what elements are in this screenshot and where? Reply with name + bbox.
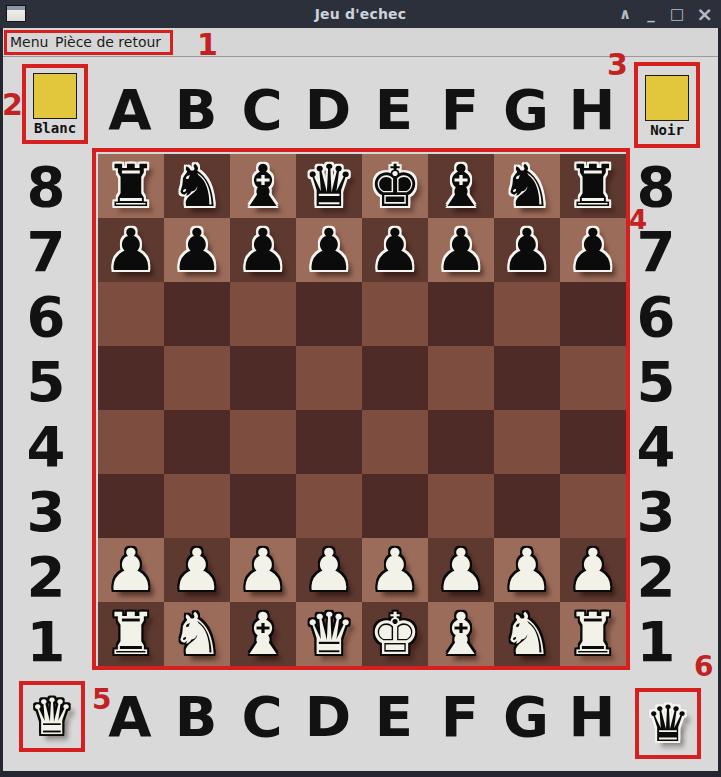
- file-label-top-d: D: [295, 77, 361, 141]
- rank-label-right-5: 5: [632, 349, 680, 414]
- window-title: Jeu d'echec: [0, 6, 721, 22]
- titlebar: Jeu d'echec ∧ _ □ ×: [0, 0, 721, 28]
- black-pawn[interactable]: ♟: [105, 221, 157, 279]
- square-a7[interactable]: ♟: [98, 218, 164, 282]
- white-pawn[interactable]: ♟: [237, 541, 289, 599]
- annotation-digit-6: 6: [694, 653, 713, 681]
- white-bishop[interactable]: ♝: [435, 605, 487, 663]
- black-tray-label: Noir: [638, 122, 696, 138]
- black-color-swatch: [645, 75, 689, 121]
- file-label-top-f: F: [427, 77, 493, 141]
- white-rook[interactable]: ♜: [567, 605, 619, 663]
- square-d1[interactable]: ♛: [296, 602, 362, 666]
- square-f7[interactable]: ♟: [428, 218, 494, 282]
- file-label-bottom-f: F: [427, 684, 493, 748]
- square-g3[interactable]: [494, 474, 560, 538]
- rank-label-right-6: 6: [632, 284, 680, 349]
- square-b4[interactable]: [164, 410, 230, 474]
- square-d7[interactable]: ♟: [296, 218, 362, 282]
- file-label-top-a: A: [97, 77, 163, 141]
- square-c2[interactable]: ♟: [230, 538, 296, 602]
- file-label-top-h: H: [559, 77, 625, 141]
- square-d6[interactable]: [296, 282, 362, 346]
- rank-label-left-3: 3: [18, 479, 74, 544]
- file-label-top-g: G: [493, 77, 559, 141]
- black-pawn[interactable]: ♟: [369, 221, 421, 279]
- square-f6[interactable]: [428, 282, 494, 346]
- rank-label-left-2: 2: [18, 544, 74, 609]
- square-g1[interactable]: ♞: [494, 602, 560, 666]
- square-g5[interactable]: [494, 346, 560, 410]
- square-g8[interactable]: ♞: [494, 154, 560, 218]
- rank-label-right-2: 2: [632, 544, 680, 609]
- black-pawn[interactable]: ♟: [501, 221, 553, 279]
- file-labels-top: ABCDEFGH: [97, 77, 625, 141]
- square-h8[interactable]: ♜: [560, 154, 626, 218]
- annotation-box-5-white-promotion: ♛: [19, 681, 85, 752]
- window-border-bottom: [0, 771, 721, 777]
- black-pawn[interactable]: ♟: [237, 221, 289, 279]
- white-tray-label: Blanc: [26, 120, 84, 136]
- square-f2[interactable]: ♟: [428, 538, 494, 602]
- square-h7[interactable]: ♟: [560, 218, 626, 282]
- close-button[interactable]: ×: [696, 0, 713, 28]
- board[interactable]: ♜♞♝♛♚♝♞♜♟♟♟♟♟♟♟♟♟♟♟♟♟♟♟♟♜♞♝♛♚♝♞♜: [98, 154, 626, 666]
- square-f5[interactable]: [428, 346, 494, 410]
- rank-label-right-3: 3: [632, 479, 680, 544]
- black-pawn[interactable]: ♟: [303, 221, 355, 279]
- square-c3[interactable]: [230, 474, 296, 538]
- white-knight[interactable]: ♞: [501, 605, 553, 663]
- square-b1[interactable]: ♞: [164, 602, 230, 666]
- white-color-swatch: [33, 73, 77, 119]
- file-label-top-e: E: [361, 77, 427, 141]
- square-f4[interactable]: [428, 410, 494, 474]
- square-d3[interactable]: [296, 474, 362, 538]
- square-e3[interactable]: [362, 474, 428, 538]
- square-h3[interactable]: [560, 474, 626, 538]
- file-label-bottom-g: G: [493, 684, 559, 748]
- rank-label-left-5: 5: [18, 349, 74, 414]
- black-bishop[interactable]: ♝: [237, 157, 289, 215]
- black-king[interactable]: ♚: [369, 157, 421, 215]
- square-c6[interactable]: [230, 282, 296, 346]
- shade-button[interactable]: ∧: [618, 0, 632, 28]
- rank-label-left-1: 1: [18, 609, 74, 674]
- black-knight[interactable]: ♞: [171, 157, 223, 215]
- file-label-top-c: C: [229, 77, 295, 141]
- rank-label-right-4: 4: [632, 414, 680, 479]
- white-pawn[interactable]: ♟: [501, 541, 553, 599]
- white-pawn[interactable]: ♟: [105, 541, 157, 599]
- square-a5[interactable]: [98, 346, 164, 410]
- square-c4[interactable]: [230, 410, 296, 474]
- square-b6[interactable]: [164, 282, 230, 346]
- rank-label-left-8: 8: [18, 154, 74, 219]
- annotation-digit-4: 4: [629, 207, 647, 233]
- square-e6[interactable]: [362, 282, 428, 346]
- file-labels-bottom: ABCDEFGH: [97, 684, 625, 748]
- square-d5[interactable]: [296, 346, 362, 410]
- square-e4[interactable]: [362, 410, 428, 474]
- square-a6[interactable]: [98, 282, 164, 346]
- square-c5[interactable]: [230, 346, 296, 410]
- white-pawn[interactable]: ♟: [567, 541, 619, 599]
- black-promotion-queen[interactable]: ♛: [646, 699, 691, 749]
- square-f8[interactable]: ♝: [428, 154, 494, 218]
- square-h2[interactable]: ♟: [560, 538, 626, 602]
- white-bishop[interactable]: ♝: [237, 605, 289, 663]
- square-e7[interactable]: ♟: [362, 218, 428, 282]
- black-knight[interactable]: ♞: [501, 157, 553, 215]
- square-e5[interactable]: [362, 346, 428, 410]
- square-g6[interactable]: [494, 282, 560, 346]
- square-h5[interactable]: [560, 346, 626, 410]
- annotation-digit-5: 5: [92, 686, 111, 714]
- file-label-bottom-c: C: [229, 684, 295, 748]
- square-b3[interactable]: [164, 474, 230, 538]
- white-king[interactable]: ♚: [369, 605, 421, 663]
- file-label-top-b: B: [163, 77, 229, 141]
- minimize-button[interactable]: _: [644, 0, 658, 28]
- white-queen[interactable]: ♛: [303, 605, 355, 663]
- annotation-box-6-black-promotion: ♛: [635, 688, 701, 759]
- square-g4[interactable]: [494, 410, 560, 474]
- file-label-bottom-e: E: [361, 684, 427, 748]
- square-e1[interactable]: ♚: [362, 602, 428, 666]
- annotation-digit-3: 3: [607, 50, 628, 80]
- annotation-box-3-black-tray: Noir: [634, 62, 700, 148]
- file-label-bottom-h: H: [559, 684, 625, 748]
- rank-label-left-4: 4: [18, 414, 74, 479]
- square-c1[interactable]: ♝: [230, 602, 296, 666]
- window-border-left: [0, 28, 3, 777]
- square-a4[interactable]: [98, 410, 164, 474]
- annotation-digit-1: 1: [197, 30, 218, 60]
- annotation-box-2-white-tray: Blanc: [22, 64, 88, 144]
- square-g7[interactable]: ♟: [494, 218, 560, 282]
- white-rook[interactable]: ♜: [105, 605, 157, 663]
- square-c8[interactable]: ♝: [230, 154, 296, 218]
- black-pawn[interactable]: ♟: [435, 221, 487, 279]
- black-bishop[interactable]: ♝: [435, 157, 487, 215]
- black-rook[interactable]: ♜: [105, 157, 157, 215]
- annotation-digit-2: 2: [2, 90, 23, 120]
- annotation-box-1-menu: [4, 30, 173, 55]
- square-e8[interactable]: ♚: [362, 154, 428, 218]
- white-pawn[interactable]: ♟: [435, 541, 487, 599]
- window-icon: [6, 5, 26, 22]
- rank-label-right-1: 1: [632, 609, 680, 674]
- white-promotion-queen[interactable]: ♛: [30, 692, 75, 742]
- rank-label-left-6: 6: [18, 284, 74, 349]
- square-d2[interactable]: ♟: [296, 538, 362, 602]
- black-queen[interactable]: ♛: [303, 157, 355, 215]
- file-label-bottom-d: D: [295, 684, 361, 748]
- square-f1[interactable]: ♝: [428, 602, 494, 666]
- window-controls: ∧ _ □ ×: [618, 0, 713, 28]
- rank-labels-left: 87654321: [18, 154, 74, 666]
- square-a1[interactable]: ♜: [98, 602, 164, 666]
- square-b2[interactable]: ♟: [164, 538, 230, 602]
- square-h6[interactable]: [560, 282, 626, 346]
- square-d4[interactable]: [296, 410, 362, 474]
- square-d8[interactable]: ♛: [296, 154, 362, 218]
- square-h1[interactable]: ♜: [560, 602, 626, 666]
- square-b5[interactable]: [164, 346, 230, 410]
- white-pawn[interactable]: ♟: [303, 541, 355, 599]
- square-g2[interactable]: ♟: [494, 538, 560, 602]
- file-label-bottom-b: B: [163, 684, 229, 748]
- white-pawn[interactable]: ♟: [171, 541, 223, 599]
- black-rook[interactable]: ♜: [567, 157, 619, 215]
- square-e2[interactable]: ♟: [362, 538, 428, 602]
- maximize-button[interactable]: □: [670, 0, 684, 28]
- square-a3[interactable]: [98, 474, 164, 538]
- white-knight[interactable]: ♞: [171, 605, 223, 663]
- square-a8[interactable]: ♜: [98, 154, 164, 218]
- square-c7[interactable]: ♟: [230, 218, 296, 282]
- square-h4[interactable]: [560, 410, 626, 474]
- square-b7[interactable]: ♟: [164, 218, 230, 282]
- black-pawn[interactable]: ♟: [171, 221, 223, 279]
- rank-label-left-7: 7: [18, 219, 74, 284]
- square-a2[interactable]: ♟: [98, 538, 164, 602]
- white-pawn[interactable]: ♟: [369, 541, 421, 599]
- square-b8[interactable]: ♞: [164, 154, 230, 218]
- app-window: Jeu d'echec ∧ _ □ × Menu Pièce de retour…: [0, 0, 721, 777]
- black-pawn[interactable]: ♟: [567, 221, 619, 279]
- square-f3[interactable]: [428, 474, 494, 538]
